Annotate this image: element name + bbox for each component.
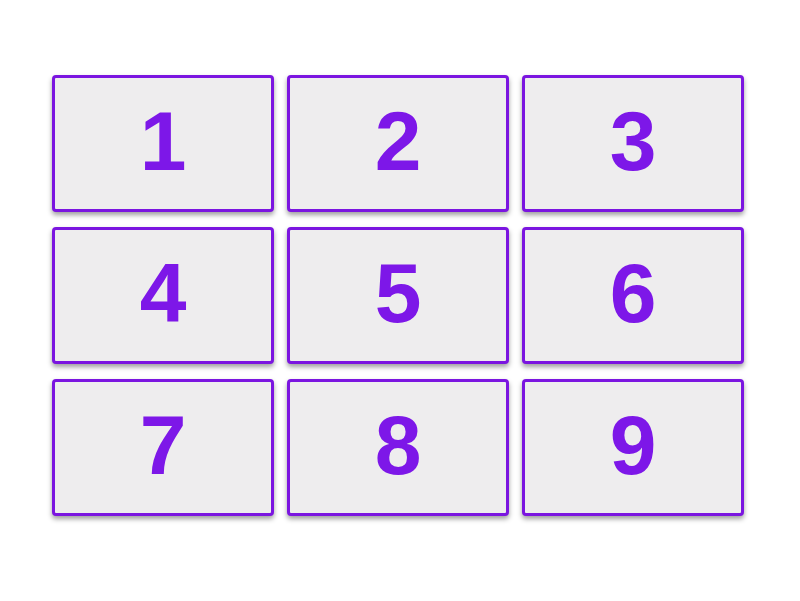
card-6-number: 6 <box>610 251 657 341</box>
card-9-number: 9 <box>610 403 657 493</box>
card-7[interactable]: 7 <box>52 379 274 516</box>
card-1[interactable]: 1 <box>52 75 274 212</box>
card-8[interactable]: 8 <box>287 379 509 516</box>
card-5[interactable]: 5 <box>287 227 509 364</box>
card-1-number: 1 <box>140 99 187 189</box>
card-2[interactable]: 2 <box>287 75 509 212</box>
card-7-number: 7 <box>140 403 187 493</box>
number-card-grid: 1 2 3 4 5 6 7 8 9 <box>52 75 744 516</box>
card-3-number: 3 <box>610 99 657 189</box>
card-3[interactable]: 3 <box>522 75 744 212</box>
card-2-number: 2 <box>375 99 422 189</box>
card-4[interactable]: 4 <box>52 227 274 364</box>
card-9[interactable]: 9 <box>522 379 744 516</box>
card-8-number: 8 <box>375 403 422 493</box>
card-4-number: 4 <box>140 251 187 341</box>
card-5-number: 5 <box>375 251 422 341</box>
card-6[interactable]: 6 <box>522 227 744 364</box>
number-board-stage: 1 2 3 4 5 6 7 8 9 <box>0 0 800 601</box>
